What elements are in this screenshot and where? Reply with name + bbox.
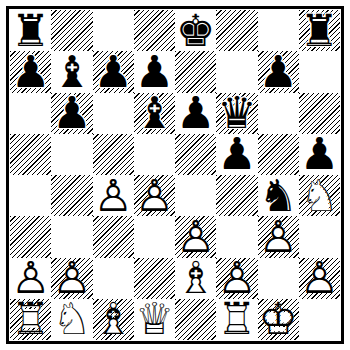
square-f5[interactable]: ♟ [216,134,257,175]
square-d8[interactable] [134,10,175,51]
black-pawn-piece: ♟ [10,51,51,92]
square-d7[interactable]: ♟ [134,51,175,92]
square-g4[interactable]: ♞ [258,175,299,216]
black-pawn-piece: ♟ [51,93,92,134]
square-d5[interactable] [134,134,175,175]
piece-glyph: ♘ [299,175,340,216]
piece-glyph: ♜ [299,10,340,51]
piece-glyph: ♞ [258,175,299,216]
piece-glyph: ♙ [175,216,216,257]
black-knight-piece: ♞ [258,175,299,216]
white-pawn-piece: ♟♙ [10,258,51,299]
square-a8[interactable]: ♜ [10,10,51,51]
square-c3[interactable] [93,216,134,257]
square-f2[interactable]: ♟♙ [216,258,257,299]
square-a3[interactable] [10,216,51,257]
piece-glyph: ♜ [10,10,51,51]
square-f6[interactable]: ♛ [216,93,257,134]
white-pawn-piece: ♟♙ [258,216,299,257]
square-a7[interactable]: ♟ [10,51,51,92]
white-knight-piece: ♞♘ [51,299,92,340]
piece-glyph: ♗ [175,258,216,299]
piece-glyph: ♟ [299,134,340,175]
square-f4[interactable] [216,175,257,216]
piece-glyph: ♙ [216,258,257,299]
board-frame: ♜♚♜♟♝♟♟♟♟♝♟♛♟♟♟♙♟♙♞♞♘♟♙♟♙♟♙♟♙♝♗♟♙♟♙♜♖♞♘♝… [6,6,344,344]
square-h1[interactable] [299,299,340,340]
square-d1[interactable]: ♛♕ [134,299,175,340]
black-pawn-piece: ♟ [93,51,134,92]
square-a4[interactable] [10,175,51,216]
square-h6[interactable] [299,93,340,134]
square-c8[interactable] [93,10,134,51]
white-knight-piece: ♞♘ [299,175,340,216]
piece-glyph: ♝ [51,51,92,92]
square-b3[interactable] [51,216,92,257]
square-g5[interactable] [258,134,299,175]
square-d4[interactable]: ♟♙ [134,175,175,216]
white-bishop-piece: ♝♗ [93,299,134,340]
black-pawn-piece: ♟ [216,134,257,175]
white-rook-piece: ♜♖ [216,299,257,340]
black-pawn-piece: ♟ [175,93,216,134]
white-pawn-piece: ♟♙ [175,216,216,257]
piece-glyph: ♔ [258,299,299,340]
white-pawn-piece: ♟♙ [134,175,175,216]
square-e6[interactable]: ♟ [175,93,216,134]
piece-glyph: ♗ [93,299,134,340]
piece-glyph: ♟ [10,51,51,92]
piece-glyph: ♟ [175,93,216,134]
square-d2[interactable] [134,258,175,299]
black-bishop-piece: ♝ [51,51,92,92]
square-c5[interactable] [93,134,134,175]
piece-glyph: ♟ [134,51,175,92]
square-g7[interactable]: ♟ [258,51,299,92]
chess-diagram: ♜♚♜♟♝♟♟♟♟♝♟♛♟♟♟♙♟♙♞♞♘♟♙♟♙♟♙♟♙♝♗♟♙♟♙♜♖♞♘♝… [0,0,350,350]
piece-glyph: ♟ [51,93,92,134]
piece-glyph: ♙ [10,258,51,299]
square-b4[interactable] [51,175,92,216]
piece-glyph: ♟ [216,134,257,175]
black-bishop-piece: ♝ [134,93,175,134]
piece-glyph: ♝ [134,93,175,134]
square-e8[interactable]: ♚ [175,10,216,51]
white-rook-piece: ♜♖ [10,299,51,340]
white-pawn-piece: ♟♙ [93,175,134,216]
piece-glyph: ♘ [51,299,92,340]
square-g8[interactable] [258,10,299,51]
square-b1[interactable]: ♞♘ [51,299,92,340]
square-c4[interactable]: ♟♙ [93,175,134,216]
square-h7[interactable] [299,51,340,92]
piece-glyph: ♟ [93,51,134,92]
piece-glyph: ♙ [51,258,92,299]
square-h2[interactable]: ♟♙ [299,258,340,299]
piece-glyph: ♙ [258,216,299,257]
square-g1[interactable]: ♚♔ [258,299,299,340]
square-a5[interactable] [10,134,51,175]
square-h3[interactable] [299,216,340,257]
square-f1[interactable]: ♜♖ [216,299,257,340]
square-h5[interactable]: ♟ [299,134,340,175]
square-e1[interactable] [175,299,216,340]
black-rook-piece: ♜ [299,10,340,51]
square-f7[interactable] [216,51,257,92]
piece-glyph: ♙ [134,175,175,216]
square-e5[interactable] [175,134,216,175]
square-b8[interactable] [51,10,92,51]
black-queen-piece: ♛ [216,93,257,134]
square-h4[interactable]: ♞♘ [299,175,340,216]
square-h8[interactable]: ♜ [299,10,340,51]
square-f3[interactable] [216,216,257,257]
square-a2[interactable]: ♟♙ [10,258,51,299]
square-b7[interactable]: ♝ [51,51,92,92]
white-pawn-piece: ♟♙ [216,258,257,299]
white-queen-piece: ♛♕ [134,299,175,340]
square-e2[interactable]: ♝♗ [175,258,216,299]
black-pawn-piece: ♟ [299,134,340,175]
square-a1[interactable]: ♜♖ [10,299,51,340]
square-b6[interactable]: ♟ [51,93,92,134]
piece-glyph: ♛ [216,93,257,134]
black-pawn-piece: ♟ [258,51,299,92]
piece-glyph: ♟ [258,51,299,92]
square-e4[interactable] [175,175,216,216]
square-g2[interactable] [258,258,299,299]
piece-glyph: ♖ [10,299,51,340]
square-g3[interactable]: ♟♙ [258,216,299,257]
black-king-piece: ♚ [175,10,216,51]
white-pawn-piece: ♟♙ [51,258,92,299]
square-d6[interactable]: ♝ [134,93,175,134]
black-rook-piece: ♜ [10,10,51,51]
white-bishop-piece: ♝♗ [175,258,216,299]
white-king-piece: ♚♔ [258,299,299,340]
piece-glyph: ♚ [175,10,216,51]
square-g6[interactable] [258,93,299,134]
chess-board: ♜♚♜♟♝♟♟♟♟♝♟♛♟♟♟♙♟♙♞♞♘♟♙♟♙♟♙♟♙♝♗♟♙♟♙♜♖♞♘♝… [10,10,340,340]
square-e3[interactable]: ♟♙ [175,216,216,257]
square-c7[interactable]: ♟ [93,51,134,92]
white-pawn-piece: ♟♙ [299,258,340,299]
piece-glyph: ♖ [216,299,257,340]
piece-glyph: ♙ [299,258,340,299]
square-e7[interactable] [175,51,216,92]
black-pawn-piece: ♟ [134,51,175,92]
square-b2[interactable]: ♟♙ [51,258,92,299]
square-a6[interactable] [10,93,51,134]
piece-glyph: ♙ [93,175,134,216]
square-c2[interactable] [93,258,134,299]
square-c6[interactable] [93,93,134,134]
square-b5[interactable] [51,134,92,175]
piece-glyph: ♕ [134,299,175,340]
square-d3[interactable] [134,216,175,257]
square-c1[interactable]: ♝♗ [93,299,134,340]
square-f8[interactable] [216,10,257,51]
